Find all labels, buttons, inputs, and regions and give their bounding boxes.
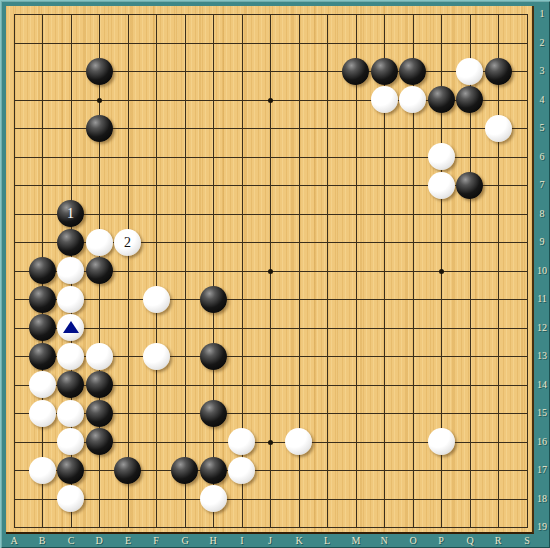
stone-black-H11 xyxy=(200,286,227,313)
column-label-M: M xyxy=(348,534,364,548)
row-label-11: 11 xyxy=(534,292,550,306)
stone-white-I16 xyxy=(228,428,255,455)
stone-black-D5 xyxy=(86,115,113,142)
grid-hline-19 xyxy=(14,527,528,528)
row-label-6: 6 xyxy=(534,150,550,164)
stone-white-C12 xyxy=(57,314,84,341)
stone-white-I17 xyxy=(228,457,255,484)
stone-black-M3 xyxy=(342,58,369,85)
stone-white-H18 xyxy=(200,485,227,512)
row-label-4: 4 xyxy=(534,93,550,107)
stone-black-N3 xyxy=(371,58,398,85)
column-label-E: E xyxy=(120,534,136,548)
column-label-F: F xyxy=(148,534,164,548)
stone-black-B12 xyxy=(29,314,56,341)
stone-black-D3 xyxy=(86,58,113,85)
row-label-10: 10 xyxy=(534,264,550,278)
stone-white-D13 xyxy=(86,343,113,370)
stone-black-D16 xyxy=(86,428,113,455)
stone-white-B14 xyxy=(29,371,56,398)
column-label-H: H xyxy=(205,534,221,548)
column-label-C: C xyxy=(63,534,79,548)
stone-black-H13 xyxy=(200,343,227,370)
row-label-13: 13 xyxy=(534,349,550,363)
grid-hline-2 xyxy=(14,43,528,44)
row-label-19: 19 xyxy=(534,520,550,534)
row-label-8: 8 xyxy=(534,207,550,221)
row-label-17: 17 xyxy=(534,463,550,477)
stone-white-P6 xyxy=(428,143,455,170)
column-label-R: R xyxy=(490,534,506,548)
stone-white-F13 xyxy=(143,343,170,370)
stone-white-B15 xyxy=(29,400,56,427)
column-label-L: L xyxy=(319,534,335,548)
column-label-S: S xyxy=(519,534,535,548)
stone-white-R5 xyxy=(485,115,512,142)
grid-hline-1 xyxy=(14,14,528,15)
triangle-marker-icon xyxy=(63,321,79,333)
column-label-O: O xyxy=(405,534,421,548)
row-label-15: 15 xyxy=(534,406,550,420)
stone-white-O4 xyxy=(399,86,426,113)
row-label-16: 16 xyxy=(534,435,550,449)
stone-white-F11 xyxy=(143,286,170,313)
stone-white-P7 xyxy=(428,172,455,199)
grid-hline-8 xyxy=(14,214,528,215)
stone-white-C15 xyxy=(57,400,84,427)
star-point-D4 xyxy=(97,98,102,103)
stone-black-G17 xyxy=(171,457,198,484)
column-label-A: A xyxy=(6,534,22,548)
stone-black-R3 xyxy=(485,58,512,85)
stone-white-Q3 xyxy=(456,58,483,85)
row-label-12: 12 xyxy=(534,321,550,335)
go-board-window: 12ABCDEFGHIJKLMNOPQRS1234567891011121314… xyxy=(0,0,550,548)
stone-black-C17 xyxy=(57,457,84,484)
column-label-I: I xyxy=(234,534,250,548)
row-label-18: 18 xyxy=(534,492,550,506)
stone-black-D15 xyxy=(86,400,113,427)
stone-white-K16 xyxy=(285,428,312,455)
row-label-1: 1 xyxy=(534,7,550,21)
column-label-Q: Q xyxy=(462,534,478,548)
stone-black-C14 xyxy=(57,371,84,398)
column-label-J: J xyxy=(262,534,278,548)
stone-white-C13 xyxy=(57,343,84,370)
star-point-J10 xyxy=(268,269,273,274)
stone-white-B17 xyxy=(29,457,56,484)
stone-white-D9 xyxy=(86,229,113,256)
stone-black-B13 xyxy=(29,343,56,370)
row-label-14: 14 xyxy=(534,378,550,392)
stone-black-P4 xyxy=(428,86,455,113)
stone-black-B11 xyxy=(29,286,56,313)
stone-black-H17 xyxy=(200,457,227,484)
stone-white-E9: 2 xyxy=(114,229,141,256)
stone-black-B10 xyxy=(29,257,56,284)
column-label-B: B xyxy=(34,534,50,548)
stone-white-C11 xyxy=(57,286,84,313)
column-label-D: D xyxy=(91,534,107,548)
stone-black-Q4 xyxy=(456,86,483,113)
stone-black-D10 xyxy=(86,257,113,284)
row-label-5: 5 xyxy=(534,121,550,135)
stone-black-H15 xyxy=(200,400,227,427)
row-label-7: 7 xyxy=(534,178,550,192)
stone-white-N4 xyxy=(371,86,398,113)
stone-black-C8: 1 xyxy=(57,200,84,227)
stone-white-P16 xyxy=(428,428,455,455)
star-point-J16 xyxy=(268,440,273,445)
stone-black-O3 xyxy=(399,58,426,85)
grid-hline-12 xyxy=(14,328,528,329)
stone-white-C10 xyxy=(57,257,84,284)
stone-black-D14 xyxy=(86,371,113,398)
column-label-K: K xyxy=(291,534,307,548)
stone-white-C16 xyxy=(57,428,84,455)
column-label-G: G xyxy=(177,534,193,548)
stone-black-C9 xyxy=(57,229,84,256)
grid-hline-17 xyxy=(14,470,528,471)
stone-black-E17 xyxy=(114,457,141,484)
star-point-P10 xyxy=(439,269,444,274)
grid-hline-11 xyxy=(14,299,528,300)
star-point-J4 xyxy=(268,98,273,103)
column-label-N: N xyxy=(376,534,392,548)
stone-white-C18 xyxy=(57,485,84,512)
move-number-label-C8: 1 xyxy=(67,207,74,221)
row-label-9: 9 xyxy=(534,235,550,249)
column-label-P: P xyxy=(433,534,449,548)
grid-hline-18 xyxy=(14,499,528,500)
move-number-label-E9: 2 xyxy=(124,236,131,250)
stone-black-Q7 xyxy=(456,172,483,199)
row-label-2: 2 xyxy=(534,36,550,50)
row-label-3: 3 xyxy=(534,64,550,78)
